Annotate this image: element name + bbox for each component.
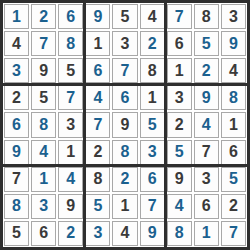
cell-r3c8[interactable]: 2 — [194, 58, 219, 83]
cell-r1c9[interactable]: 3 — [221, 4, 246, 29]
cell-r5c8[interactable]: 4 — [194, 112, 219, 137]
cell-r2c9[interactable]: 9 — [221, 31, 246, 56]
cell-r7c3[interactable]: 4 — [58, 167, 83, 192]
cell-r5c2[interactable]: 8 — [31, 112, 56, 137]
cell-r8c4[interactable]: 5 — [85, 194, 110, 219]
cell-r5c4[interactable]: 7 — [85, 112, 110, 137]
cell-r3c4[interactable]: 6 — [85, 58, 110, 83]
cell-r9c7[interactable]: 8 — [167, 221, 192, 246]
box-divider-horizontal-2 — [3, 164, 247, 167]
cell-r1c3[interactable]: 6 — [58, 4, 83, 29]
cell-r6c3[interactable]: 1 — [58, 140, 83, 165]
cell-r8c8[interactable]: 6 — [194, 194, 219, 219]
cell-r6c2[interactable]: 4 — [31, 140, 56, 165]
cell-r6c6[interactable]: 3 — [140, 140, 165, 165]
cell-r3c2[interactable]: 9 — [31, 58, 56, 83]
cell-r5c3[interactable]: 3 — [58, 112, 83, 137]
cell-r4c8[interactable]: 9 — [194, 85, 219, 110]
cell-r2c5[interactable]: 3 — [112, 31, 137, 56]
cell-r4c7[interactable]: 3 — [167, 85, 192, 110]
cell-r7c2[interactable]: 1 — [31, 167, 56, 192]
cell-r1c1[interactable]: 1 — [4, 4, 29, 29]
cell-r1c4[interactable]: 9 — [85, 4, 110, 29]
cell-r9c5[interactable]: 4 — [112, 221, 137, 246]
cell-r1c2[interactable]: 2 — [31, 4, 56, 29]
cell-r8c1[interactable]: 8 — [4, 194, 29, 219]
cell-r5c1[interactable]: 6 — [4, 112, 29, 137]
cell-r5c5[interactable]: 9 — [112, 112, 137, 137]
cell-r6c5[interactable]: 8 — [112, 140, 137, 165]
cell-r4c6[interactable]: 1 — [140, 85, 165, 110]
cell-r3c3[interactable]: 5 — [58, 58, 83, 83]
cell-r9c4[interactable]: 3 — [85, 221, 110, 246]
cell-r4c2[interactable]: 5 — [31, 85, 56, 110]
cell-r5c7[interactable]: 2 — [167, 112, 192, 137]
sudoku-board: 1269547834781326593956781242574613986837… — [0, 0, 250, 250]
cell-r4c5[interactable]: 6 — [112, 85, 137, 110]
cell-r2c2[interactable]: 7 — [31, 31, 56, 56]
cell-r1c8[interactable]: 8 — [194, 4, 219, 29]
cell-r6c8[interactable]: 7 — [194, 140, 219, 165]
cell-r8c9[interactable]: 2 — [221, 194, 246, 219]
cell-r4c4[interactable]: 4 — [85, 85, 110, 110]
box-divider-horizontal-1 — [3, 83, 247, 86]
cell-r7c7[interactable]: 9 — [167, 167, 192, 192]
cell-r4c1[interactable]: 2 — [4, 85, 29, 110]
cell-r3c6[interactable]: 8 — [140, 58, 165, 83]
cell-r7c1[interactable]: 7 — [4, 167, 29, 192]
cell-r1c7[interactable]: 7 — [167, 4, 192, 29]
cell-r9c6[interactable]: 9 — [140, 221, 165, 246]
cell-r2c6[interactable]: 2 — [140, 31, 165, 56]
box-divider-vertical-2 — [164, 3, 167, 247]
sudoku-grid: 1269547834781326593956781242574613986837… — [3, 3, 247, 247]
cell-r5c6[interactable]: 5 — [140, 112, 165, 137]
cell-r4c3[interactable]: 7 — [58, 85, 83, 110]
cell-r5c9[interactable]: 1 — [221, 112, 246, 137]
cell-r7c9[interactable]: 5 — [221, 167, 246, 192]
cell-r9c2[interactable]: 6 — [31, 221, 56, 246]
cell-r7c6[interactable]: 6 — [140, 167, 165, 192]
cell-r2c3[interactable]: 8 — [58, 31, 83, 56]
cell-r8c3[interactable]: 9 — [58, 194, 83, 219]
cell-r7c8[interactable]: 3 — [194, 167, 219, 192]
cell-r2c7[interactable]: 6 — [167, 31, 192, 56]
cell-r2c4[interactable]: 1 — [85, 31, 110, 56]
cell-r2c8[interactable]: 5 — [194, 31, 219, 56]
cell-r7c4[interactable]: 8 — [85, 167, 110, 192]
cell-r6c4[interactable]: 2 — [85, 140, 110, 165]
cell-r3c7[interactable]: 1 — [167, 58, 192, 83]
cell-r8c7[interactable]: 4 — [167, 194, 192, 219]
cell-r6c1[interactable]: 9 — [4, 140, 29, 165]
cell-r9c1[interactable]: 5 — [4, 221, 29, 246]
cell-r3c1[interactable]: 3 — [4, 58, 29, 83]
box-divider-vertical-1 — [83, 3, 86, 247]
cell-r6c9[interactable]: 6 — [221, 140, 246, 165]
cell-r3c5[interactable]: 7 — [112, 58, 137, 83]
cell-r8c2[interactable]: 3 — [31, 194, 56, 219]
cell-r1c5[interactable]: 5 — [112, 4, 137, 29]
cell-r2c1[interactable]: 4 — [4, 31, 29, 56]
cell-r9c3[interactable]: 2 — [58, 221, 83, 246]
cell-r9c8[interactable]: 1 — [194, 221, 219, 246]
cell-r7c5[interactable]: 2 — [112, 167, 137, 192]
cell-r8c5[interactable]: 1 — [112, 194, 137, 219]
cell-r3c9[interactable]: 4 — [221, 58, 246, 83]
cell-r8c6[interactable]: 7 — [140, 194, 165, 219]
cell-r1c6[interactable]: 4 — [140, 4, 165, 29]
cell-r4c9[interactable]: 8 — [221, 85, 246, 110]
cell-r6c7[interactable]: 5 — [167, 140, 192, 165]
cell-r9c9[interactable]: 7 — [221, 221, 246, 246]
